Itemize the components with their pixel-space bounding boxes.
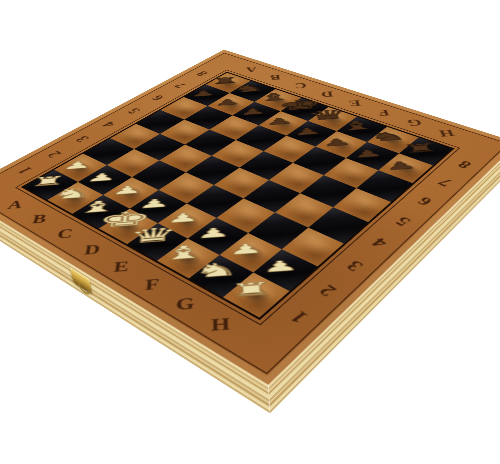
square-g1 (189, 255, 254, 297)
piece-shadow (201, 263, 241, 288)
file-label-d: D (67, 232, 117, 269)
square-g4 (275, 193, 333, 227)
white-pawn-glyph: ♟ (194, 239, 299, 260)
rank-labels-right-edge: 12345678 (259, 149, 496, 346)
piece-shadow (235, 281, 277, 308)
file-label-e: E (96, 247, 145, 287)
photo-stage: ABCDEFGH ABCDEFGH 12345678 87654321 ♜♞♝♚… (0, 0, 500, 464)
file-label-c: C (40, 217, 90, 252)
square-e1 (127, 223, 188, 261)
square-f1 (157, 239, 220, 279)
white-king-glyph: ♚ (74, 206, 174, 233)
white-bishop-glyph: ♝ (131, 240, 236, 265)
square-g3 (248, 213, 308, 250)
file-label-h: H (196, 301, 247, 349)
piece-shadow (199, 225, 237, 247)
piece-shadow (110, 216, 146, 237)
file-label-b: B (14, 203, 64, 237)
square-e3 (187, 185, 244, 218)
piece-shadow (169, 246, 208, 270)
square-e4 (214, 168, 269, 199)
white-knight-glyph: ♞ (162, 257, 271, 283)
file-label-f: F (127, 264, 176, 306)
white-queen-glyph: ♛ (102, 223, 204, 249)
square-d3 (159, 172, 214, 203)
piece-shadow (265, 257, 306, 282)
black-pawn-glyph: ♟ (353, 157, 448, 174)
square-f5 (269, 163, 324, 193)
square-g5 (300, 175, 356, 207)
chess-board-3d: ABCDEFGH ABCDEFGH 12345678 87654321 ♜♞♝♚… (0, 50, 500, 385)
piece-shadow (169, 210, 205, 231)
square-h2 (253, 249, 317, 291)
square-h3 (282, 228, 344, 267)
piece-shadow (138, 231, 175, 254)
scene-perspective: ABCDEFGH ABCDEFGH 12345678 87654321 ♜♞♝♚… (0, 0, 500, 464)
square-h6 (356, 170, 412, 202)
square-f2 (188, 218, 248, 255)
square-h5 (333, 188, 391, 222)
file-labels-near-edge: ABCDEFGH (0, 187, 259, 354)
piece-shadow (83, 202, 118, 222)
square-h4 (308, 207, 368, 243)
file-label-g: G (160, 282, 209, 327)
white-rook-glyph: ♜ (195, 277, 307, 302)
piece-shadow (231, 241, 270, 265)
white-pawn-glyph: ♟ (226, 255, 335, 277)
square-h1 (223, 272, 290, 317)
square-e2 (158, 203, 217, 238)
square-f3 (217, 198, 275, 233)
square-f4 (244, 180, 301, 212)
square-g2 (220, 233, 282, 272)
white-pawn-glyph: ♟ (163, 223, 265, 243)
square-d1 (99, 209, 158, 244)
white-pawn-glyph: ♟ (133, 208, 232, 227)
square-c2 (103, 177, 159, 208)
board-top-face: ABCDEFGH ABCDEFGH 12345678 87654321 ♜♞♝♚… (0, 50, 500, 385)
